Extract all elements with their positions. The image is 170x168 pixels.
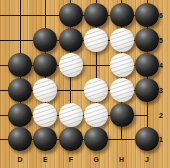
col-label-J: J bbox=[145, 156, 149, 163]
row-label-4: 4 bbox=[159, 62, 163, 69]
black-stone-F5[interactable] bbox=[59, 28, 83, 52]
black-stone-H6[interactable] bbox=[110, 3, 134, 27]
white-stone-G3[interactable] bbox=[84, 78, 108, 102]
row-label-3: 3 bbox=[159, 87, 163, 94]
black-stone-J6[interactable] bbox=[135, 3, 159, 27]
black-stone-F1[interactable] bbox=[59, 127, 83, 151]
black-stone-J5[interactable] bbox=[135, 28, 159, 52]
black-stone-D4[interactable] bbox=[8, 53, 32, 77]
black-stone-J4[interactable] bbox=[135, 53, 159, 77]
black-stone-D1[interactable] bbox=[8, 127, 32, 151]
white-stone-H5[interactable] bbox=[110, 28, 134, 52]
black-stone-J1[interactable] bbox=[135, 127, 159, 151]
row-label-5: 5 bbox=[159, 37, 163, 44]
col-label-H: H bbox=[119, 156, 124, 163]
white-stone-F4[interactable] bbox=[59, 53, 83, 77]
col-label-F: F bbox=[69, 156, 73, 163]
white-stone-F2[interactable] bbox=[59, 103, 83, 127]
col-label-D: D bbox=[17, 156, 22, 163]
row-label-1: 1 bbox=[159, 136, 163, 143]
col-label-G: G bbox=[93, 156, 98, 163]
row-label-6: 6 bbox=[159, 12, 163, 19]
white-stone-E2[interactable] bbox=[33, 103, 57, 127]
white-stone-G5[interactable] bbox=[84, 28, 108, 52]
col-label-E: E bbox=[43, 156, 48, 163]
black-stone-F6[interactable] bbox=[59, 3, 83, 27]
black-stone-G1[interactable] bbox=[84, 127, 108, 151]
black-stone-D3[interactable] bbox=[8, 78, 32, 102]
go-board[interactable]: DEFGHJ654321 bbox=[0, 0, 170, 168]
black-stone-E4[interactable] bbox=[33, 53, 57, 77]
black-stone-H2[interactable] bbox=[110, 103, 134, 127]
black-stone-D2[interactable] bbox=[8, 103, 32, 127]
black-stone-E5[interactable] bbox=[33, 28, 57, 52]
white-stone-G2[interactable] bbox=[84, 103, 108, 127]
white-stone-E3[interactable] bbox=[33, 78, 57, 102]
white-stone-H4[interactable] bbox=[110, 53, 134, 77]
black-stone-G6[interactable] bbox=[84, 3, 108, 27]
black-stone-J3[interactable] bbox=[135, 78, 159, 102]
black-stone-E1[interactable] bbox=[33, 127, 57, 151]
white-stone-H3[interactable] bbox=[110, 78, 134, 102]
row-label-2: 2 bbox=[159, 112, 163, 119]
